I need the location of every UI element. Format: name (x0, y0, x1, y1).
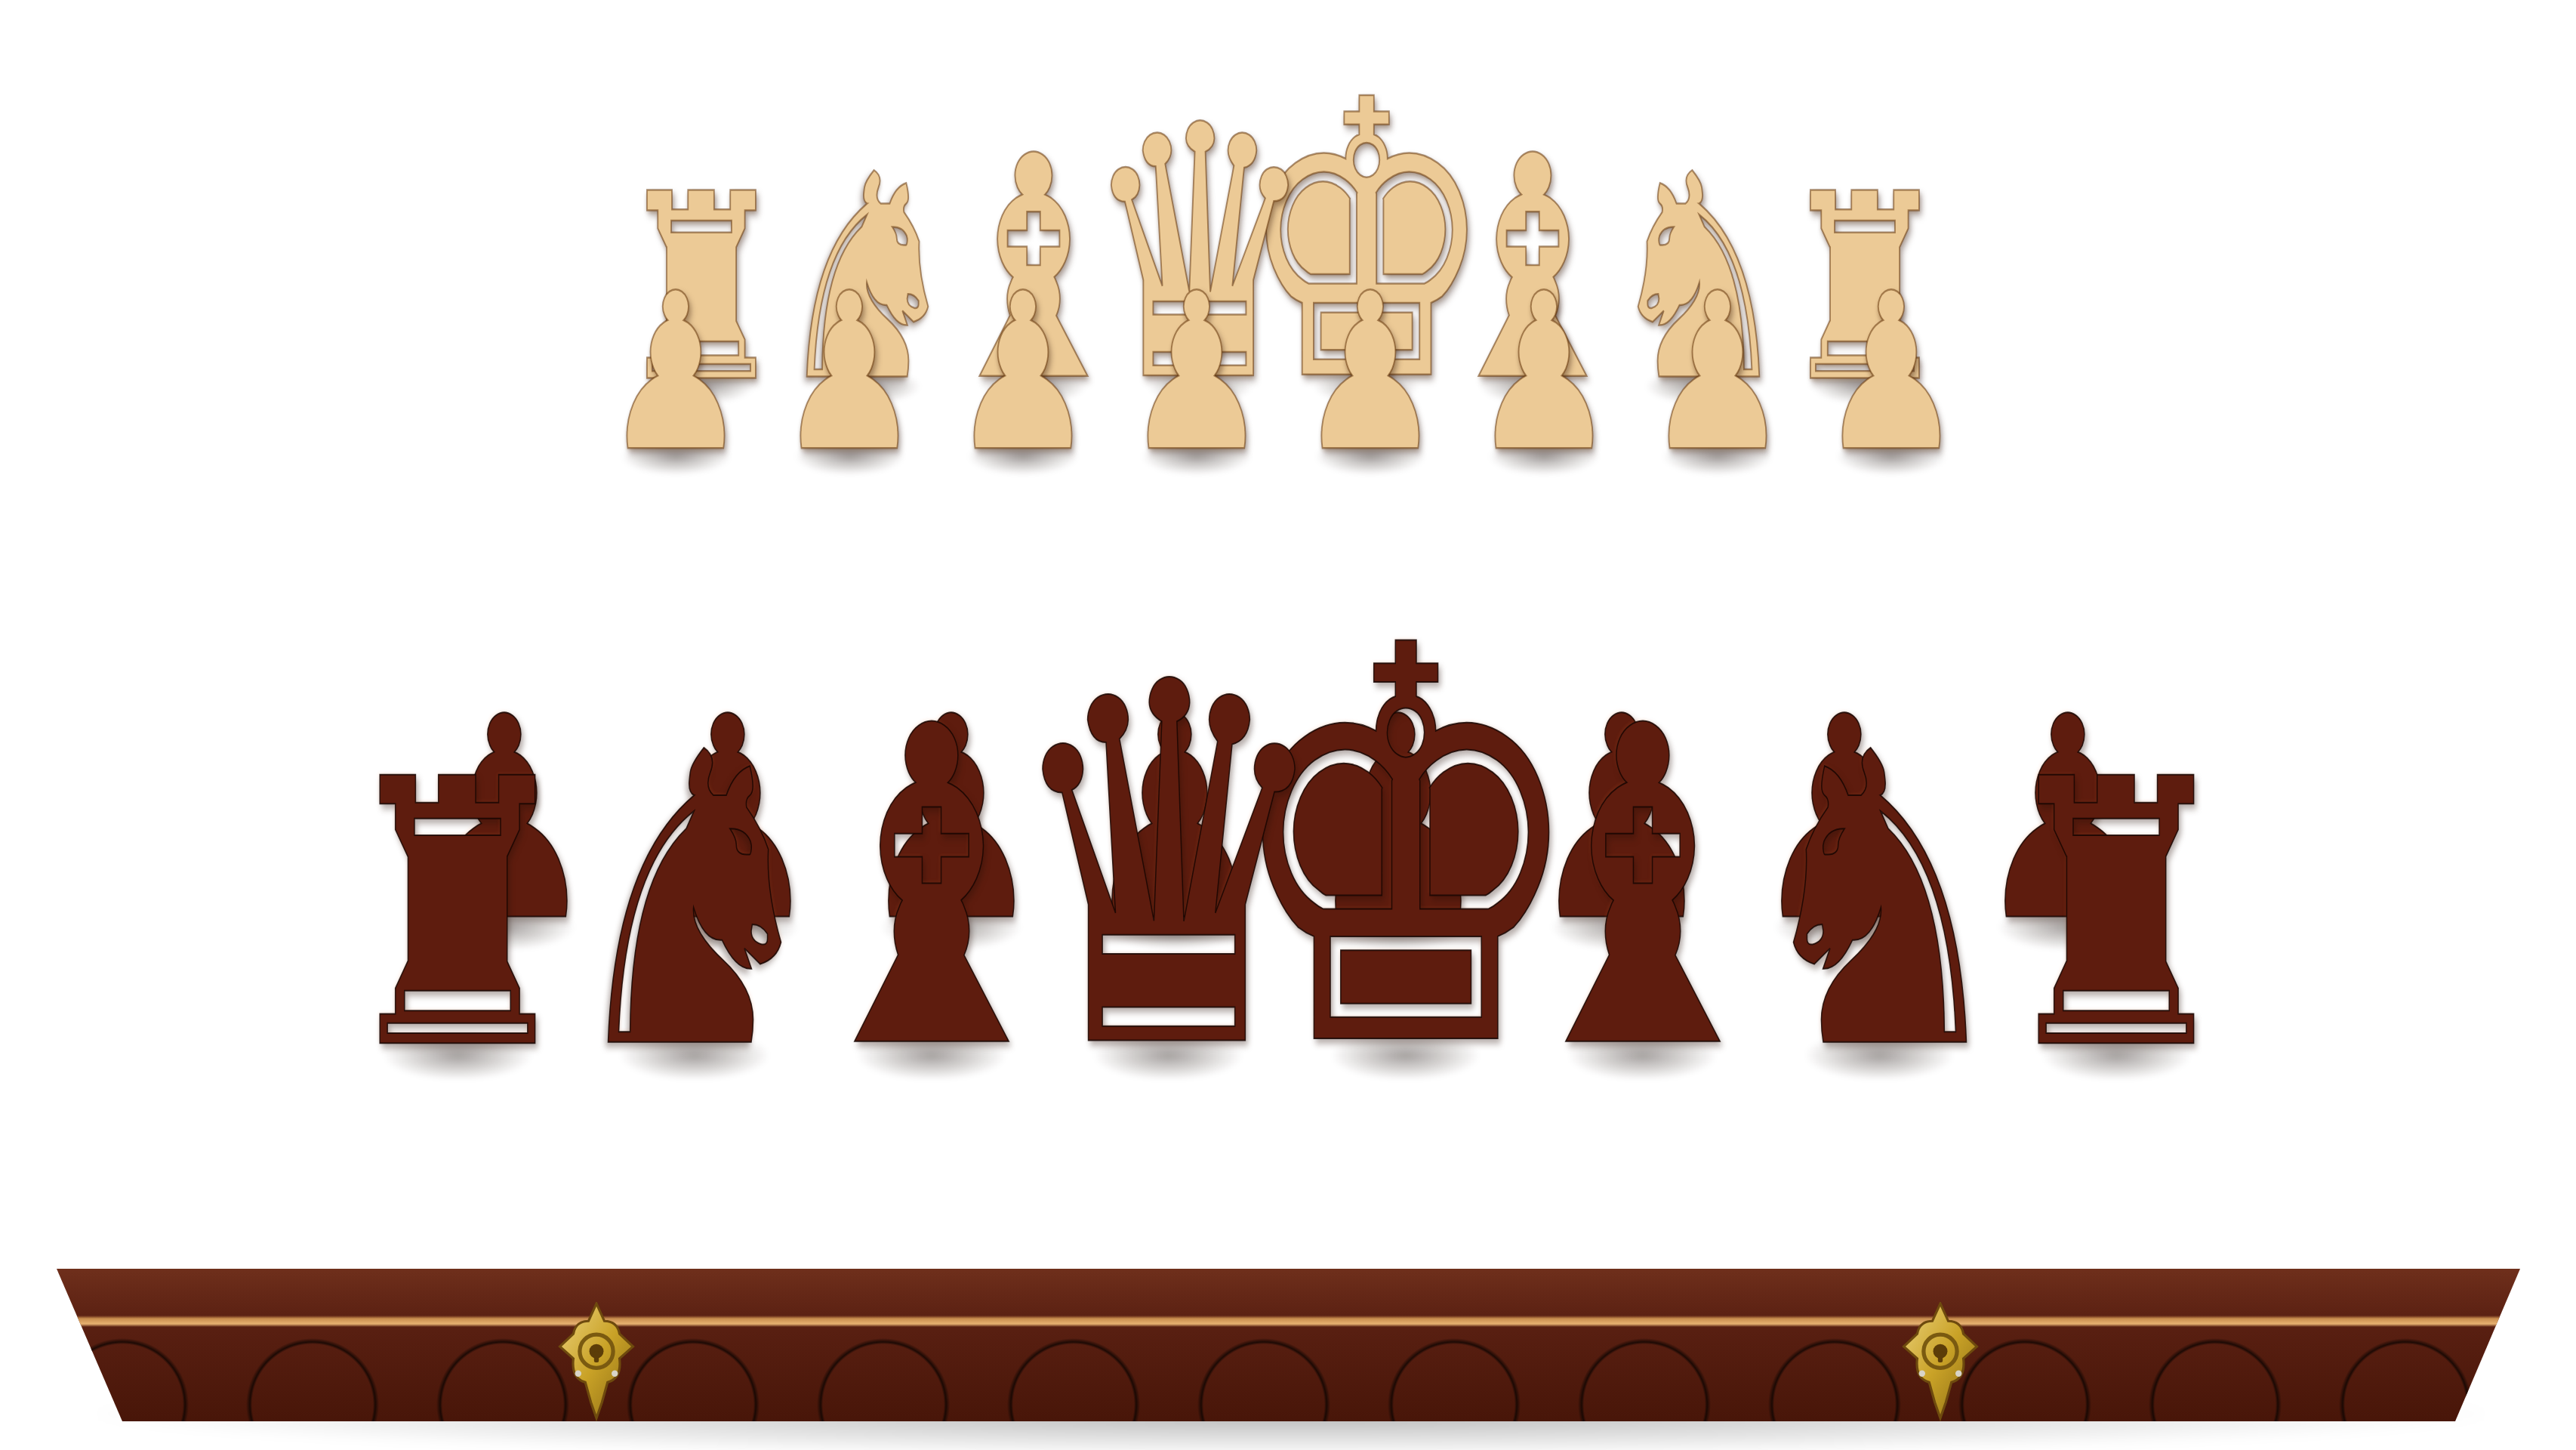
square-b3[interactable] (1643, 492, 1838, 569)
piece-white-pawn-c2[interactable]: ♟ (1471, 264, 1616, 481)
frame-segment (206, 1239, 256, 1266)
inner-strip-segment (2033, 572, 2099, 657)
frame-segment (516, 342, 601, 349)
square-a4[interactable] (1847, 572, 2061, 657)
rank-label-left-2: 2 (461, 437, 563, 474)
rank-label-right-3: 3 (2048, 513, 2156, 552)
inner-strip-segment (510, 492, 569, 569)
front-edge-bevel (57, 1260, 2520, 1269)
square-f3[interactable] (917, 492, 1102, 569)
piece-black-knight-g8[interactable]: ♞ (559, 702, 830, 1105)
frame-segment (2369, 1239, 2513, 1266)
square-h3[interactable] (545, 492, 747, 569)
file-label-g: G (589, 1156, 738, 1236)
inner-strip-segment (2272, 1125, 2316, 1144)
frame-segment (364, 572, 501, 657)
inner-strip-segment (471, 572, 535, 657)
file-label-d: D (1355, 1156, 1489, 1236)
frame-segment (2068, 572, 2205, 657)
frame-segment (775, 1239, 1026, 1266)
rank-label-right-7: 7 (2223, 898, 2362, 958)
frame-segment (270, 1151, 541, 1232)
frame-segment (1550, 1239, 1801, 1266)
rank-label-right-8: 8 (2280, 1023, 2430, 1091)
frame-segment (525, 1151, 787, 1232)
inner-strip-segment (544, 419, 600, 489)
box-front-face (0, 1266, 2576, 1427)
piece-white-pawn-d2[interactable]: ♟ (1297, 264, 1443, 481)
frame-segment (1964, 342, 2050, 349)
rank-label-right-4: 4 (2085, 595, 2200, 639)
file-label-b: B (1851, 1156, 2002, 1236)
piece-white-pawn-h2[interactable]: ♟ (603, 264, 749, 481)
frame-segment (521, 319, 612, 340)
piece-white-pawn-a2[interactable]: ♟ (1818, 264, 1964, 481)
frame-segment (2032, 492, 2161, 569)
file-label-a: A (2099, 1156, 2258, 1236)
frame-segment (1293, 1239, 1542, 1266)
file-label-f: F (846, 1156, 987, 1236)
frame-segment (63, 1239, 207, 1266)
frame-segment (136, 989, 317, 1119)
frame-segment (781, 1151, 1035, 1232)
piece-black-rook-a8[interactable]: ♜ (1993, 733, 2240, 1100)
frame-segment (2318, 1125, 2451, 1144)
brass-clasp-1[interactable] (554, 1302, 639, 1421)
file-label-c: C (1604, 1156, 1746, 1236)
frame-segment (256, 1239, 513, 1266)
rank-label-left-8: 8 (159, 1023, 307, 1091)
rank-label-right-1: 1 (1982, 369, 2080, 402)
frame-segment (2282, 1151, 2355, 1232)
frame-segment (123, 1125, 257, 1144)
piece-white-pawn-b2[interactable]: ♟ (1644, 264, 1790, 481)
frame-segment (1968, 352, 2084, 416)
piece-white-pawn-g2[interactable]: ♟ (777, 264, 923, 481)
frame-segment (221, 1151, 293, 1232)
frame-segment (2256, 989, 2439, 1119)
piece-white-pawn-e2[interactable]: ♟ (1124, 264, 1270, 481)
frame-segment (1034, 1239, 1283, 1266)
inner-strip-segment (1967, 419, 2023, 489)
square-a3[interactable] (1820, 492, 2023, 569)
frame-segment (408, 492, 536, 569)
frame-segment (80, 1151, 245, 1232)
frame-segment (2320, 1239, 2370, 1266)
frame-segment (1998, 419, 2120, 489)
brass-clasp-2[interactable] (1898, 1302, 1983, 1421)
frame-segment (1807, 1239, 2061, 1266)
frame-segment (1788, 1151, 2051, 1232)
frame-segment (515, 1239, 769, 1266)
piece-white-pawn-f2[interactable]: ♟ (951, 264, 1096, 481)
rank-label-left-3: 3 (423, 513, 531, 552)
rank-label-left-1: 1 (496, 369, 593, 402)
rank-label-right-2: 2 (2014, 437, 2117, 474)
frame-segment (2035, 1151, 2306, 1232)
frame-segment (483, 352, 598, 416)
frame-segment (447, 419, 568, 489)
inner-strip-segment (1998, 492, 2059, 569)
file-label-h: H (333, 1156, 491, 1236)
rank-label-left-4: 4 (381, 595, 495, 639)
piece-black-rook-h8[interactable]: ♜ (334, 733, 581, 1100)
square-g3[interactable] (731, 492, 925, 569)
file-label-e: E (1102, 1156, 1234, 1236)
frame-segment (2329, 1151, 2496, 1232)
square-h4[interactable] (508, 572, 722, 657)
chess-set-photo: 1122334455667788HGFEDCBA ♜♞♝♚♛♝♞♜♟♟♟♟♟♟♟… (0, 0, 2576, 1450)
inner-strip-segment (259, 1125, 304, 1144)
frame-segment (2063, 1239, 2321, 1266)
frame-segment (1953, 319, 2044, 340)
